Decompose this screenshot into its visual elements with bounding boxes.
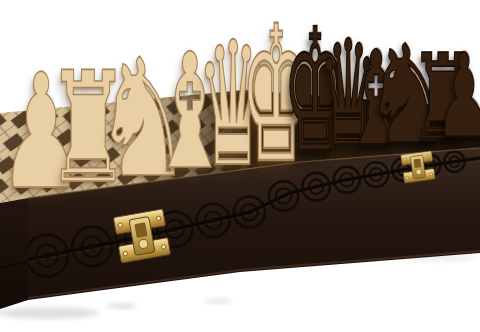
chess-set-photo: ♟ ♜ ♞ ♝ ♛ ♚ ♚ ♛ ♝ ♞ ♜ ♟ [0, 0, 480, 332]
piece-black-pawn: ♟ [435, 39, 480, 154]
